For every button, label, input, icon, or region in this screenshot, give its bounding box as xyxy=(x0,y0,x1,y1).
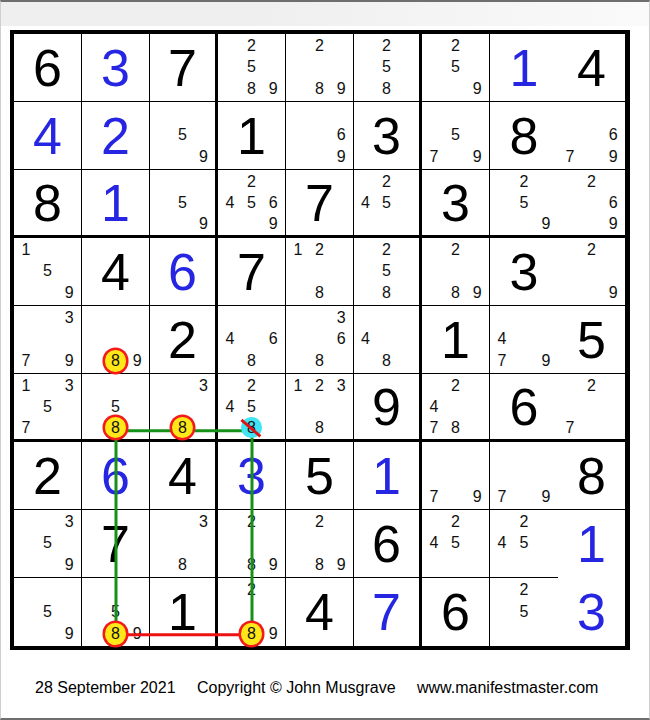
footer-website-link[interactable]: www.manifestmaster.com xyxy=(417,679,598,696)
pencil-mark-3: 3 xyxy=(58,307,80,329)
pencil-empty xyxy=(397,350,418,372)
pencil-empty xyxy=(602,261,624,283)
pencil-empty xyxy=(330,511,352,533)
pencil-empty xyxy=(423,125,445,147)
pencil-empty xyxy=(355,78,376,100)
pencil-empty xyxy=(355,213,376,234)
pencil-empty xyxy=(559,103,581,125)
pencil-empty xyxy=(219,57,241,79)
pencil-mark-4: 4 xyxy=(491,533,513,555)
cell-r6c4: 2458 xyxy=(218,374,286,442)
solved-digit: 3 xyxy=(237,450,266,502)
cell-r4c4: 7 xyxy=(218,238,286,306)
pencil-empty xyxy=(287,35,309,57)
pencil-mark-6: 6 xyxy=(330,329,352,351)
pencil-mark-9: 9 xyxy=(330,78,352,100)
cell-r2c7: 579 xyxy=(422,102,490,170)
cell-r2c5: 69 xyxy=(286,102,354,170)
pencil-grid: 1238 xyxy=(286,374,353,439)
pencil-mark-2: 2 xyxy=(513,579,535,601)
cell-r7c5: 5 xyxy=(286,442,354,510)
pencil-empty xyxy=(330,57,352,79)
pencil-empty xyxy=(423,103,445,125)
pencil-empty xyxy=(126,579,148,601)
pencil-mark-9: 9 xyxy=(535,486,557,508)
pencil-empty xyxy=(241,601,263,623)
solved-digit: 6 xyxy=(372,518,401,570)
pencil-empty xyxy=(219,417,241,438)
pencil-empty xyxy=(466,465,488,487)
cell-r4c5: 128 xyxy=(286,238,354,306)
pencil-empty xyxy=(151,396,172,417)
pencil-empty xyxy=(219,35,241,57)
pencil-mark-3: 3 xyxy=(58,375,80,396)
pencil-empty xyxy=(423,282,445,304)
pencil-mark-8: 8 xyxy=(445,417,467,438)
pencil-empty xyxy=(376,213,397,234)
pencil-mark-9: 9 xyxy=(262,78,284,100)
pencil-grid: 1357 xyxy=(14,374,81,439)
footer-date: 28 September 2021 xyxy=(35,679,176,696)
pencil-grid: 258 xyxy=(354,238,419,305)
cell-r6c9: 27 xyxy=(558,374,626,442)
cell-r4c1: 159 xyxy=(14,238,82,306)
solved-digit: 4 xyxy=(577,42,606,94)
pencil-grid: 79 xyxy=(422,442,489,509)
cell-r5c6: 48 xyxy=(354,306,422,374)
pencil-empty xyxy=(330,239,352,261)
pencil-empty xyxy=(262,171,284,192)
cell-r1c1: 6 xyxy=(14,34,82,102)
solved-digit: 7 xyxy=(101,518,130,570)
solved-digit: 2 xyxy=(101,110,130,162)
pencil-empty xyxy=(491,511,513,533)
pencil-empty xyxy=(37,623,59,645)
pencil-mark-2: 2 xyxy=(445,239,467,261)
pencil-empty xyxy=(287,57,309,79)
pencil-empty xyxy=(513,465,535,487)
pencil-grid: 89 xyxy=(82,306,149,373)
cell-r4c7: 289 xyxy=(422,238,490,306)
solved-digit: 6 xyxy=(510,381,539,433)
pencil-empty xyxy=(466,396,488,417)
pencil-mark-4: 4 xyxy=(491,329,513,351)
solved-digit: 4 xyxy=(33,110,62,162)
solved-digit: 6 xyxy=(441,586,470,638)
pencil-empty xyxy=(151,375,172,396)
pencil-empty xyxy=(15,396,37,417)
pencil-mark-6: 6 xyxy=(602,125,624,147)
pencil-empty xyxy=(219,375,241,396)
pencil-grid: 479 xyxy=(490,306,558,373)
pencil-empty xyxy=(355,171,376,192)
pencil-empty xyxy=(330,35,352,57)
pencil-empty xyxy=(355,239,376,261)
pencil-empty xyxy=(287,125,309,147)
pencil-grid: 468 xyxy=(218,306,285,373)
cell-r4c6: 258 xyxy=(354,238,422,306)
pencil-mark-4: 4 xyxy=(423,533,445,555)
pencil-empty xyxy=(559,192,581,213)
cell-r9c2: 589 xyxy=(82,578,150,646)
pencil-empty xyxy=(513,623,535,645)
cell-r8c6: 6 xyxy=(354,510,422,578)
pencil-empty xyxy=(126,396,148,417)
pencil-empty xyxy=(37,511,59,533)
pencil-empty xyxy=(83,417,105,438)
pencil-empty xyxy=(219,307,241,329)
pencil-empty xyxy=(559,396,581,417)
pencil-empty xyxy=(513,554,535,576)
pencil-mark-9: 9 xyxy=(466,486,488,508)
cell-r5c1: 379 xyxy=(14,306,82,374)
pencil-mark-8: 8 xyxy=(309,350,331,372)
pencil-empty xyxy=(262,511,284,533)
pencil-mark-5: 5 xyxy=(172,125,193,147)
pencil-empty xyxy=(330,103,352,125)
pencil-empty xyxy=(466,57,488,79)
pencil-grid: 269 xyxy=(558,170,625,235)
pencil-empty xyxy=(397,78,418,100)
pencil-empty xyxy=(559,125,581,147)
pencil-empty xyxy=(535,443,557,465)
pencil-empty xyxy=(491,213,513,234)
cell-r3c6: 245 xyxy=(354,170,422,238)
pencil-empty xyxy=(445,103,467,125)
pencil-empty xyxy=(397,261,418,283)
pencil-mark-9: 9 xyxy=(330,146,352,168)
cell-r5c7: 1 xyxy=(422,306,490,374)
pencil-mark-5: 5 xyxy=(445,125,467,147)
cell-r7c8: 79 xyxy=(490,442,558,510)
pencil-empty xyxy=(330,396,352,417)
cell-r6c5: 1238 xyxy=(286,374,354,442)
pencil-empty xyxy=(309,103,331,125)
pencil-empty xyxy=(581,125,603,147)
pencil-mark-2: 2 xyxy=(241,579,263,601)
cell-r8c5: 289 xyxy=(286,510,354,578)
pencil-empty xyxy=(535,511,557,533)
pencil-empty xyxy=(15,307,37,329)
pencil-mark-8: 8 xyxy=(105,623,127,645)
pencil-empty xyxy=(445,465,467,487)
cell-r2c9: 679 xyxy=(558,102,626,170)
pencil-empty xyxy=(83,623,105,645)
pencil-empty xyxy=(262,417,284,438)
pencil-mark-2: 2 xyxy=(376,35,397,57)
pencil-empty xyxy=(241,329,263,351)
pencil-grid: 289 xyxy=(218,578,285,646)
pencil-empty xyxy=(535,192,557,213)
pencil-empty xyxy=(466,554,488,576)
pencil-empty xyxy=(535,554,557,576)
pencil-grid: 2589 xyxy=(218,34,285,101)
pencil-empty xyxy=(581,261,603,283)
pencil-mark-1: 1 xyxy=(287,239,309,261)
pencil-grid: 379 xyxy=(14,306,81,373)
pencil-empty xyxy=(355,57,376,79)
pencil-empty xyxy=(423,35,445,57)
pencil-mark-5: 5 xyxy=(37,601,59,623)
solved-digit: 4 xyxy=(168,450,197,502)
pencil-mark-3: 3 xyxy=(193,511,214,533)
pencil-mark-8: 8 xyxy=(241,417,263,438)
pencil-grid: 679 xyxy=(558,102,625,169)
pencil-empty xyxy=(105,375,127,396)
pencil-grid: 258 xyxy=(354,34,419,101)
pencil-empty xyxy=(397,282,418,304)
cell-r8c8: 245 xyxy=(490,510,558,578)
cell-r6c3: 38 xyxy=(150,374,218,442)
pencil-grid: 25 xyxy=(490,578,558,646)
pencil-empty xyxy=(58,239,80,261)
pencil-empty xyxy=(15,329,37,351)
pencil-grid: 128 xyxy=(286,238,353,305)
pencil-empty xyxy=(287,554,309,576)
pencil-empty xyxy=(309,329,331,351)
pencil-grid: 27 xyxy=(558,374,625,439)
pencil-empty xyxy=(445,146,467,168)
solved-digit: 1 xyxy=(237,110,266,162)
cell-r5c8: 479 xyxy=(490,306,558,374)
pencil-mark-5: 5 xyxy=(241,192,263,213)
solved-digit: 1 xyxy=(372,450,401,502)
pencil-grid: 289 xyxy=(422,238,489,305)
pencil-empty xyxy=(83,307,105,329)
solved-digit: 3 xyxy=(577,586,606,638)
pencil-empty xyxy=(287,350,309,372)
pencil-empty xyxy=(559,213,581,234)
pencil-empty xyxy=(513,350,535,372)
pencil-empty xyxy=(262,375,284,396)
pencil-mark-8: 8 xyxy=(105,417,127,438)
pencil-empty xyxy=(309,307,331,329)
pencil-grid: 245 xyxy=(490,510,558,577)
pencil-mark-8: 8 xyxy=(376,350,397,372)
pencil-mark-5: 5 xyxy=(376,261,397,283)
pencil-grid: 59 xyxy=(150,170,215,235)
pencil-empty xyxy=(287,261,309,283)
pencil-empty xyxy=(309,533,331,555)
cell-r3c2: 1 xyxy=(82,170,150,238)
pencil-empty xyxy=(151,417,172,438)
pencil-empty xyxy=(172,146,193,168)
solved-digit: 7 xyxy=(305,177,334,229)
page: 6372589289258259144259169357986798159245… xyxy=(0,0,650,720)
pencil-empty xyxy=(513,329,535,351)
pencil-empty xyxy=(535,465,557,487)
pencil-empty xyxy=(262,601,284,623)
pencil-mark-7: 7 xyxy=(559,146,581,168)
pencil-empty xyxy=(37,554,59,576)
pencil-mark-2: 2 xyxy=(581,375,603,396)
pencil-empty xyxy=(172,396,193,417)
pencil-empty xyxy=(355,350,376,372)
pencil-empty xyxy=(58,601,80,623)
pencil-mark-8: 8 xyxy=(172,417,193,438)
pencil-empty xyxy=(466,443,488,465)
pencil-mark-3: 3 xyxy=(58,511,80,533)
solved-digit: 6 xyxy=(33,42,62,94)
solved-digit: 4 xyxy=(101,246,130,298)
pencil-mark-9: 9 xyxy=(58,623,80,645)
cell-r6c6: 9 xyxy=(354,374,422,442)
pencil-empty xyxy=(219,511,241,533)
pencil-empty xyxy=(37,282,59,304)
footer-copyright: Copyright © John Musgrave xyxy=(197,679,396,696)
solved-digit: 6 xyxy=(168,246,197,298)
pencil-empty xyxy=(241,533,263,555)
pencil-mark-5: 5 xyxy=(513,533,535,555)
pencil-empty xyxy=(15,282,37,304)
pencil-grid: 579 xyxy=(422,102,489,169)
cell-r3c3: 59 xyxy=(150,170,218,238)
cell-r6c2: 58 xyxy=(82,374,150,442)
pencil-empty xyxy=(37,375,59,396)
solved-digit: 8 xyxy=(510,110,539,162)
pencil-empty xyxy=(445,443,467,465)
pencil-mark-2: 2 xyxy=(309,35,331,57)
cell-r2c3: 59 xyxy=(150,102,218,170)
pencil-empty xyxy=(58,417,80,438)
pencil-grid: 2478 xyxy=(422,374,489,439)
cell-r7c1: 2 xyxy=(14,442,82,510)
pencil-mark-2: 2 xyxy=(309,511,331,533)
pencil-empty xyxy=(15,601,37,623)
solved-digit: 7 xyxy=(168,42,197,94)
pencil-mark-9: 9 xyxy=(466,282,488,304)
pencil-mark-8: 8 xyxy=(105,350,127,372)
pencil-empty xyxy=(151,192,172,213)
pencil-mark-4: 4 xyxy=(219,396,241,417)
pencil-grid: 69 xyxy=(286,102,353,169)
cell-r8c4: 289 xyxy=(218,510,286,578)
pencil-empty xyxy=(83,375,105,396)
pencil-empty xyxy=(151,554,172,576)
pencil-empty xyxy=(535,579,557,601)
pencil-empty xyxy=(423,78,445,100)
pencil-empty xyxy=(513,213,535,234)
pencil-grid: 368 xyxy=(286,306,353,373)
pencil-empty xyxy=(219,213,241,234)
pencil-empty xyxy=(602,103,624,125)
cell-r7c9: 8 xyxy=(558,442,626,510)
pencil-empty xyxy=(193,396,214,417)
solved-digit: 1 xyxy=(577,518,606,570)
solved-digit: 9 xyxy=(372,381,401,433)
pencil-empty xyxy=(219,623,241,645)
pencil-empty xyxy=(309,396,331,417)
pencil-empty xyxy=(491,307,513,329)
pencil-empty xyxy=(559,282,581,304)
pencil-mark-2: 2 xyxy=(376,239,397,261)
pencil-empty xyxy=(193,533,214,555)
cell-r7c4: 3 xyxy=(218,442,286,510)
pencil-mark-7: 7 xyxy=(423,486,445,508)
cell-r4c9: 29 xyxy=(558,238,626,306)
pencil-empty xyxy=(513,443,535,465)
pencil-empty xyxy=(535,329,557,351)
pencil-mark-9: 9 xyxy=(262,554,284,576)
pencil-mark-6: 6 xyxy=(330,125,352,147)
pencil-grid: 24569 xyxy=(218,170,285,235)
pencil-empty xyxy=(287,307,309,329)
pencil-empty xyxy=(287,417,309,438)
pencil-mark-8: 8 xyxy=(241,78,263,100)
solved-digit: 1 xyxy=(510,42,539,94)
pencil-mark-2: 2 xyxy=(376,171,397,192)
pencil-empty xyxy=(466,533,488,555)
cell-r4c2: 4 xyxy=(82,238,150,306)
pencil-empty xyxy=(330,417,352,438)
pencil-mark-2: 2 xyxy=(241,171,263,192)
pencil-empty xyxy=(491,443,513,465)
pencil-empty xyxy=(466,417,488,438)
cell-r9c6: 7 xyxy=(354,578,422,646)
pencil-empty xyxy=(602,239,624,261)
pencil-mark-7: 7 xyxy=(491,350,513,372)
cell-r3c7: 3 xyxy=(422,170,490,238)
pencil-mark-5: 5 xyxy=(513,601,535,623)
pencil-mark-6: 6 xyxy=(262,192,284,213)
pencil-mark-3: 3 xyxy=(193,375,214,396)
pencil-empty xyxy=(445,554,467,576)
pencil-empty xyxy=(172,533,193,555)
pencil-grid: 359 xyxy=(14,510,81,577)
pencil-empty xyxy=(309,146,331,168)
pencil-mark-9: 9 xyxy=(330,554,352,576)
pencil-empty xyxy=(262,307,284,329)
pencil-mark-9: 9 xyxy=(535,350,557,372)
pencil-mark-6: 6 xyxy=(262,329,284,351)
cell-r9c1: 59 xyxy=(14,578,82,646)
pencil-mark-5: 5 xyxy=(105,601,127,623)
cell-r7c3: 4 xyxy=(150,442,218,510)
pencil-empty xyxy=(83,350,105,372)
pencil-empty xyxy=(466,103,488,125)
pencil-mark-1: 1 xyxy=(15,375,37,396)
pencil-empty xyxy=(172,213,193,234)
pencil-mark-1: 1 xyxy=(15,239,37,261)
pencil-empty xyxy=(355,307,376,329)
pencil-empty xyxy=(37,239,59,261)
pencil-empty xyxy=(262,350,284,372)
pencil-empty xyxy=(330,533,352,555)
pencil-empty xyxy=(37,579,59,601)
pencil-empty xyxy=(262,57,284,79)
pencil-empty xyxy=(513,486,535,508)
pencil-empty xyxy=(83,396,105,417)
pencil-empty xyxy=(151,213,172,234)
solved-digit: 1 xyxy=(441,314,470,366)
pencil-empty xyxy=(15,554,37,576)
pencil-mark-7: 7 xyxy=(423,417,445,438)
pencil-empty xyxy=(58,579,80,601)
pencil-empty xyxy=(423,375,445,396)
cell-r8c2: 7 xyxy=(82,510,150,578)
solved-digit: 4 xyxy=(305,586,334,638)
cell-r2c1: 4 xyxy=(14,102,82,170)
pencil-mark-5: 5 xyxy=(376,192,397,213)
pencil-empty xyxy=(355,282,376,304)
pencil-empty xyxy=(126,601,148,623)
solved-digit: 5 xyxy=(577,314,606,366)
cell-r3c5: 7 xyxy=(286,170,354,238)
pencil-mark-7: 7 xyxy=(423,146,445,168)
pencil-empty xyxy=(151,533,172,555)
pencil-mark-9: 9 xyxy=(262,213,284,234)
pencil-grid: 2458 xyxy=(218,374,285,439)
